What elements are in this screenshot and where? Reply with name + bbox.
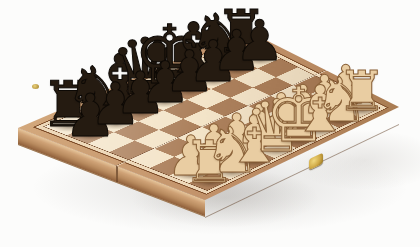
fold-seam-edge: [116, 166, 118, 183]
brass-latch: [309, 152, 323, 170]
chess-board: [18, 30, 399, 200]
chess-set-photo: ♜♞♝♛♚♝♞♜♟♟♟♟♟♟♟♟♟♟♟♟♟♟♟♟♜♞♝♛♚♝♞♜: [0, 0, 420, 247]
brass-hinge: [32, 84, 39, 89]
